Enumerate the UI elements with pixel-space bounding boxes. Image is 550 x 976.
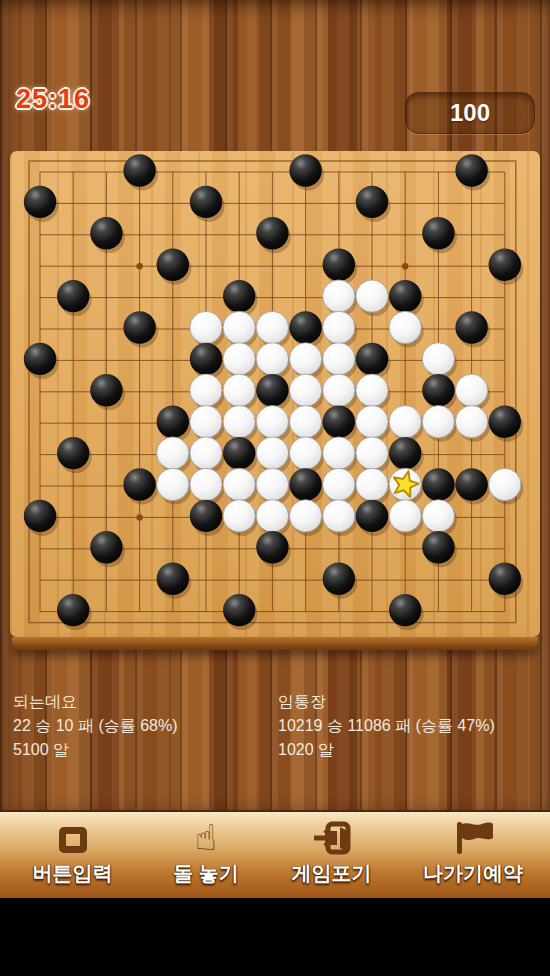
black-stone [289, 311, 321, 343]
black-stone [323, 406, 355, 438]
white-stone [356, 468, 388, 500]
black-stone [190, 500, 222, 532]
square-outline-icon [59, 818, 87, 858]
white-stone [289, 500, 321, 532]
place-stone-button[interactable]: ☝ 돌 놓기 [145, 812, 267, 898]
black-stone [389, 594, 421, 626]
white-stone [190, 311, 222, 343]
player-right-name: 임통장 [278, 690, 495, 714]
bottom-black-strip [0, 898, 550, 976]
black-stone [455, 311, 487, 343]
white-stone [323, 468, 355, 500]
white-stone [422, 343, 454, 375]
hoshi-point [402, 263, 408, 269]
white-stone [356, 406, 388, 438]
player-left-stones: 5100 알 [13, 738, 178, 762]
black-stone [422, 374, 454, 406]
white-stone [389, 500, 421, 532]
black-stone [223, 594, 255, 626]
black-stone [57, 594, 89, 626]
white-stone [190, 437, 222, 469]
black-stone [356, 343, 388, 375]
white-stone [356, 280, 388, 312]
white-stone [389, 406, 421, 438]
black-stone [24, 343, 56, 375]
black-stone [157, 249, 189, 281]
flag-icon [451, 818, 495, 858]
white-stone [323, 374, 355, 406]
white-stone [289, 343, 321, 375]
game-board[interactable] [10, 151, 540, 637]
black-stone [256, 531, 288, 563]
black-stone [123, 311, 155, 343]
white-stone [323, 437, 355, 469]
white-stone [157, 437, 189, 469]
black-stone [323, 563, 355, 595]
white-stone [223, 311, 255, 343]
black-stone [389, 280, 421, 312]
white-stone [190, 468, 222, 500]
white-stone [256, 437, 288, 469]
white-stone [356, 374, 388, 406]
black-stone [123, 154, 155, 186]
white-stone [256, 343, 288, 375]
white-stone [223, 374, 255, 406]
hoshi-point [136, 263, 142, 269]
white-stone [190, 406, 222, 438]
hoshi-point [136, 514, 142, 520]
white-stone [422, 500, 454, 532]
black-stone [389, 437, 421, 469]
black-stone [90, 217, 122, 249]
reserve-exit-button[interactable]: 나가기예약 [396, 812, 550, 898]
black-stone [489, 406, 521, 438]
player-left-name: 되는데요 [13, 690, 178, 714]
forfeit-game-button[interactable]: 게임포기 [267, 812, 396, 898]
pointing-hand-icon: ☝ [195, 818, 217, 858]
black-stone [190, 186, 222, 218]
black-stone [24, 186, 56, 218]
white-stone [455, 406, 487, 438]
white-stone [323, 280, 355, 312]
white-stone [289, 406, 321, 438]
black-stone [289, 468, 321, 500]
black-stone [256, 217, 288, 249]
black-stone [123, 468, 155, 500]
black-stone [489, 563, 521, 595]
white-stone [323, 343, 355, 375]
move-counter-box: 100 [405, 92, 535, 134]
black-stone [422, 217, 454, 249]
button-input-button[interactable]: 버튼입력 [0, 812, 145, 898]
black-stone [422, 531, 454, 563]
white-stone [223, 406, 255, 438]
white-stone [223, 468, 255, 500]
black-stone [57, 280, 89, 312]
game-timer: 25:16 [16, 84, 90, 115]
black-stone [90, 374, 122, 406]
white-stone [157, 468, 189, 500]
black-stone [90, 531, 122, 563]
white-stone [289, 374, 321, 406]
white-stone [356, 437, 388, 469]
black-stone [356, 500, 388, 532]
black-stone [57, 437, 89, 469]
white-stone [489, 468, 521, 500]
white-stone [223, 343, 255, 375]
black-stone [157, 563, 189, 595]
black-stone [289, 154, 321, 186]
white-stone [256, 468, 288, 500]
white-stone [190, 374, 222, 406]
white-stone [389, 311, 421, 343]
black-stone [455, 154, 487, 186]
move-counter-value: 100 [450, 99, 490, 127]
white-stone [455, 374, 487, 406]
black-stone [157, 406, 189, 438]
white-stone [422, 406, 454, 438]
black-stone [256, 374, 288, 406]
board-grid[interactable] [10, 151, 540, 637]
bottom-button-bar: 버튼입력 ☝ 돌 놓기 게임포기 나가기예약 [0, 810, 550, 898]
exit-door-icon [312, 818, 352, 858]
white-stone [256, 406, 288, 438]
black-stone [24, 500, 56, 532]
player-right-record: 10219 승 11086 패 (승률 47%) [278, 714, 495, 738]
black-stone [422, 468, 454, 500]
black-stone [223, 280, 255, 312]
black-stone [190, 343, 222, 375]
black-stone [323, 249, 355, 281]
player-left-block: 되는데요 22 승 10 패 (승률 68%) 5100 알 [13, 690, 178, 762]
white-stone [323, 311, 355, 343]
black-stone [455, 468, 487, 500]
white-stone [256, 500, 288, 532]
white-stone [289, 437, 321, 469]
black-stone [489, 249, 521, 281]
white-stone [256, 311, 288, 343]
white-stone [323, 500, 355, 532]
player-left-record: 22 승 10 패 (승률 68%) [13, 714, 178, 738]
black-stone [223, 437, 255, 469]
player-right-block: 임통장 10219 승 11086 패 (승률 47%) 1020 알 [278, 690, 495, 762]
player-right-stones: 1020 알 [278, 738, 495, 762]
white-stone [223, 500, 255, 532]
black-stone [356, 186, 388, 218]
